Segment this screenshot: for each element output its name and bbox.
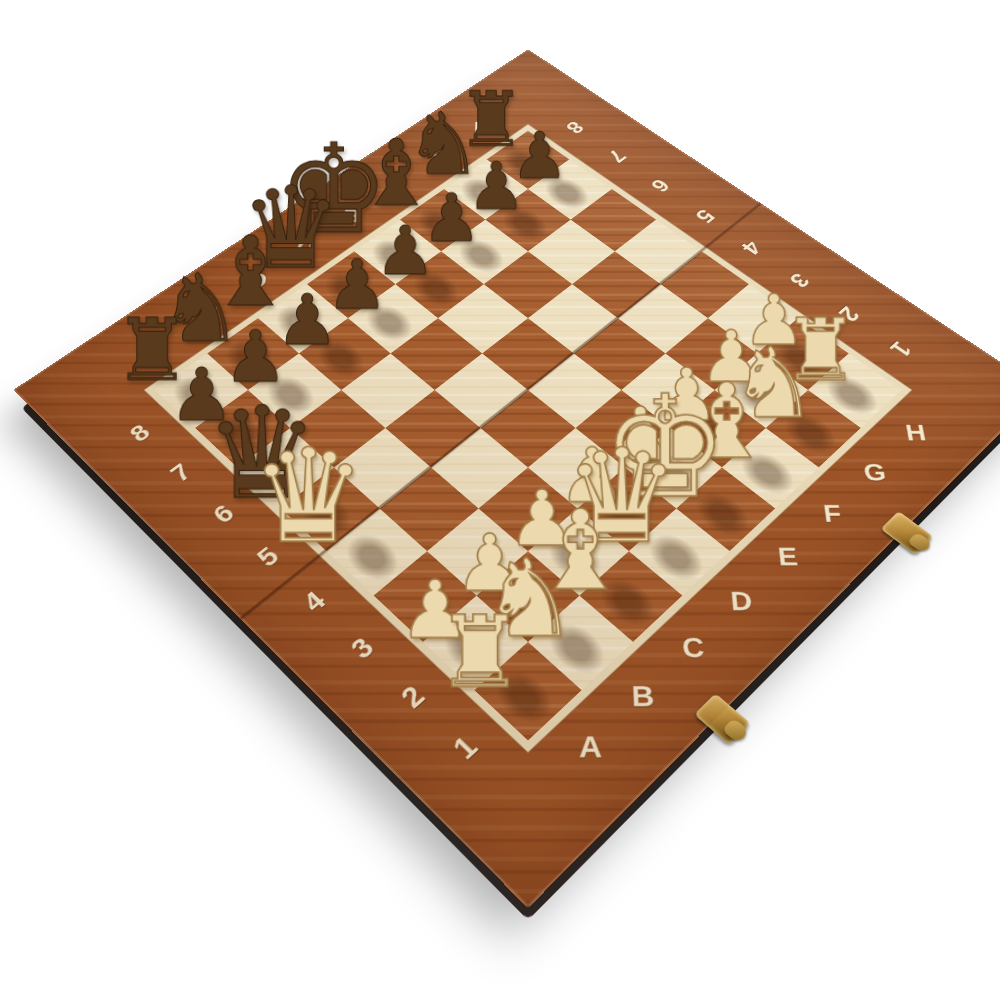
file-label-far-d: D (295, 238, 315, 257)
file-label-far-g: G (430, 147, 449, 164)
scene: AABBCCDDEEFFGGHH1122334455667788 ♜♞♝♛♚♝♞… (0, 0, 1000, 1000)
file-label-far-h: H (473, 119, 490, 135)
file-label-far-e: E (343, 206, 361, 224)
product-photo-chess-set: AABBCCDDEEFFGGHH1122334455667788 ♜♞♝♛♚♝♞… (0, 0, 1000, 1000)
piece-white-queen-spare-a4: ♛ (250, 432, 366, 562)
piece-white-rook-a1: ♜ (435, 603, 524, 702)
file-label-far-c: C (247, 270, 268, 289)
chess-board: AABBCCDDEEFFGGHH1122334455667788 ♜♞♝♛♚♝♞… (13, 49, 1000, 908)
file-label-far-f: F (389, 176, 405, 193)
